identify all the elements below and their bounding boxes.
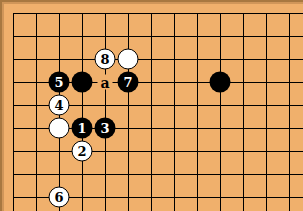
white-stone-4: 4 <box>49 95 70 116</box>
white-stone <box>49 118 70 139</box>
black-stone <box>72 72 93 93</box>
black-stone-7: 7 <box>118 72 139 93</box>
board-border-top-light <box>2 2 303 4</box>
white-stone-8: 8 <box>95 49 116 70</box>
white-stone-2: 2 <box>72 141 93 162</box>
point-label-a: a <box>98 75 113 90</box>
black-stone-3: 3 <box>95 118 116 139</box>
board-border-left-light <box>2 2 4 211</box>
black-stone-1: 1 <box>72 118 93 139</box>
black-stone <box>210 72 231 93</box>
white-stone-6: 6 <box>49 187 70 208</box>
go-board: 85741326a <box>0 0 303 211</box>
black-stone-5: 5 <box>49 72 70 93</box>
white-stone <box>118 49 139 70</box>
